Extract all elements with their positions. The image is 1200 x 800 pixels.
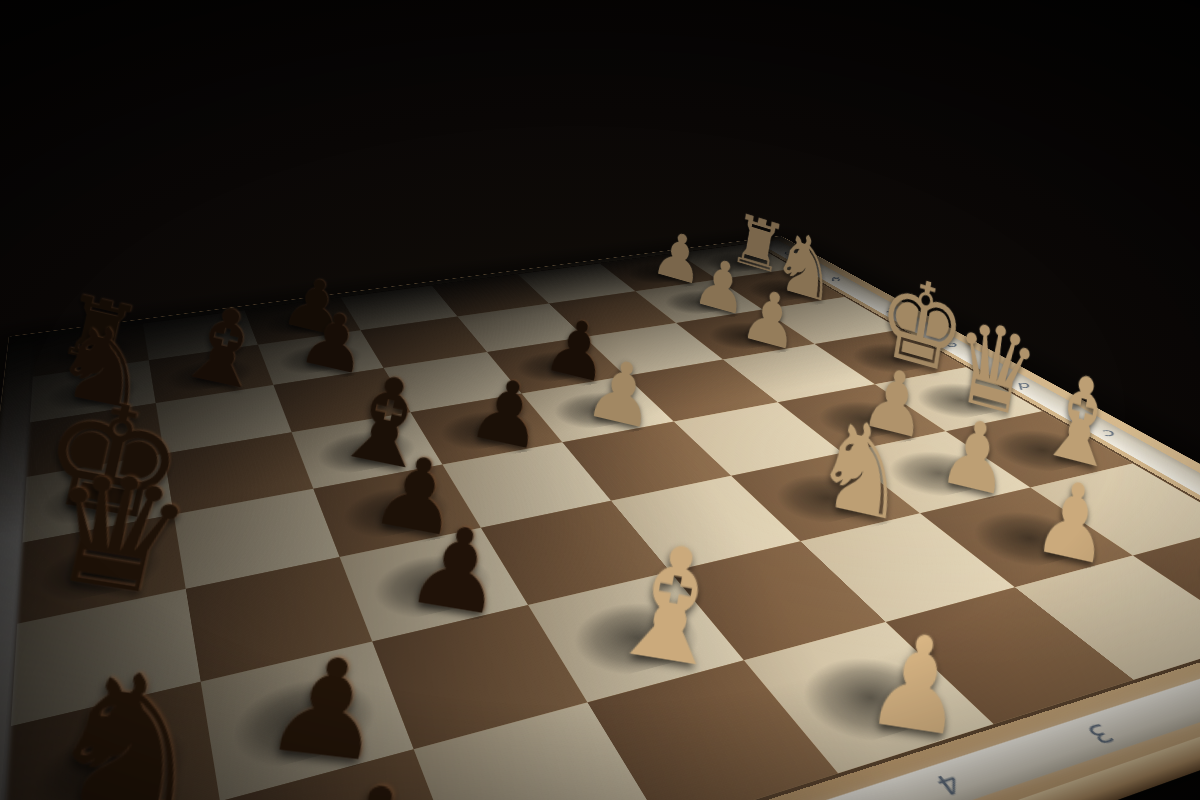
board-frame: ♜♟♟♜♞♝♟♟♞♟♟♚♝♟♟♚♛♟♟♛♟♞♟♝♞♟♝♟♜♟♟♜ 8765432… (0, 236, 1200, 800)
piece-white-pawn-a4[interactable]: ♟ (829, 606, 1003, 760)
square-b8[interactable]: ♞ (2, 682, 220, 800)
chess-board-3d: ♜♟♟♜♞♝♟♟♞♟♟♚♝♟♟♚♛♟♟♛♟♞♟♝♞♟♝♟♜♟♟♜ 8765432… (0, 236, 1200, 800)
piece-black-knight-b8[interactable]: ♞ (1, 638, 252, 800)
chess-grid: ♜♟♟♜♞♝♟♟♞♟♟♚♝♟♟♚♛♟♟♛♟♞♟♝♞♟♝♟♜♟♟♜ (0, 243, 1200, 800)
piece-black-pawn-a7[interactable]: ♟ (241, 756, 489, 800)
